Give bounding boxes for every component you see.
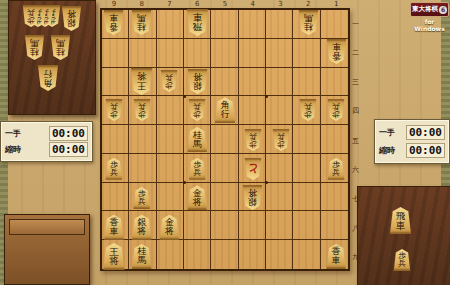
board-cell[interactable] [157, 183, 184, 212]
shogi-piece-sente[interactable]: 飛車 [389, 207, 412, 234]
board-cell[interactable] [184, 39, 211, 68]
board-cell[interactable] [184, 240, 211, 269]
board-cell[interactable] [129, 39, 156, 68]
board-cell[interactable] [102, 125, 129, 154]
board-cell[interactable] [321, 125, 348, 154]
board-cell[interactable] [129, 125, 156, 154]
rank-label: 六 [352, 165, 359, 175]
star-point [183, 95, 186, 98]
logo-title: 東大将棋 [412, 5, 438, 14]
sente-clock-panel: 一手00:00縮時00:00 [374, 119, 450, 164]
board-cell[interactable] [321, 10, 348, 39]
clock-label: 縮時 [5, 144, 21, 155]
board-cell[interactable] [102, 68, 129, 97]
shogi-piece-gote[interactable]: 桂馬 [24, 35, 45, 60]
board-cell[interactable] [157, 96, 184, 125]
gote-clock-panel: 一手00:00縮時00:00 [0, 121, 93, 162]
file-label: 8 [137, 0, 147, 8]
shogi-piece-gote[interactable]: 桂馬 [50, 35, 71, 60]
file-label: 9 [109, 0, 119, 8]
board-cell[interactable] [157, 125, 184, 154]
rank-label: 一 [352, 19, 359, 29]
file-label: 3 [276, 0, 286, 8]
board-cell[interactable] [211, 10, 238, 39]
board-cell[interactable] [184, 211, 211, 240]
clock-value: 00:00 [406, 143, 445, 158]
board-cell[interactable] [321, 68, 348, 97]
rank-label: 三 [352, 77, 359, 87]
rank-label: 五 [352, 136, 359, 146]
board-cell[interactable] [211, 183, 238, 212]
piece-box [4, 214, 90, 285]
board-cell[interactable] [293, 154, 320, 183]
board-cell[interactable] [157, 154, 184, 183]
clock-label: 一手 [5, 128, 21, 139]
clock-value: 00:00 [406, 125, 445, 140]
file-label: 5 [220, 0, 230, 8]
file-label: 6 [192, 0, 202, 8]
board-cell[interactable] [321, 183, 348, 212]
board-cell[interactable] [293, 240, 320, 269]
board-cell[interactable] [211, 39, 238, 68]
board-cell[interactable] [211, 211, 238, 240]
sente-captured-tray[interactable]: 飛車歩兵 [357, 186, 450, 285]
file-label: 7 [164, 0, 174, 8]
clock-value: 00:00 [49, 142, 88, 157]
board-cell[interactable] [266, 183, 293, 212]
board-cell[interactable] [266, 96, 293, 125]
file-label: 2 [303, 0, 313, 8]
board-cell[interactable] [157, 10, 184, 39]
board-cell[interactable] [293, 211, 320, 240]
board-cell[interactable] [211, 154, 238, 183]
board-cell[interactable] [211, 68, 238, 97]
board-cell[interactable] [293, 68, 320, 97]
rank-label: 二 [352, 48, 359, 58]
logo-subtitle: for Windows [410, 18, 449, 32]
gote-captured-tray[interactable]: 歩兵歩兵歩兵歩兵銀将桂馬桂馬角行 [8, 0, 96, 115]
file-label: 1 [331, 0, 341, 8]
clock-row: 一手00:00 [379, 125, 445, 140]
board-cell[interactable] [321, 211, 348, 240]
board-cell[interactable] [239, 10, 266, 39]
file-label: 4 [248, 0, 258, 8]
clock-label: 一手 [379, 127, 395, 138]
board-cell[interactable] [239, 96, 266, 125]
board-cell[interactable] [157, 240, 184, 269]
board-cell[interactable] [239, 211, 266, 240]
clock-value: 00:00 [49, 126, 88, 141]
star-point [265, 181, 268, 184]
board-cell[interactable] [266, 39, 293, 68]
board-cell[interactable] [102, 39, 129, 68]
board-cell[interactable] [211, 125, 238, 154]
clock-label: 縮時 [379, 145, 395, 156]
board-cell[interactable] [157, 39, 184, 68]
board-cell[interactable] [239, 68, 266, 97]
board-cell[interactable] [239, 39, 266, 68]
board-cell[interactable] [293, 39, 320, 68]
clock-row: 縮時00:00 [5, 142, 88, 157]
board-cell[interactable] [266, 10, 293, 39]
board-cell[interactable] [266, 211, 293, 240]
star-point [183, 181, 186, 184]
logo-badge: 6 [439, 6, 447, 14]
shogi-piece-gote[interactable]: 銀将 [61, 6, 82, 31]
board-cell[interactable] [266, 68, 293, 97]
board-cell[interactable] [129, 154, 156, 183]
board-cell[interactable] [293, 125, 320, 154]
clock-row: 縮時00:00 [379, 143, 445, 158]
board-cell[interactable] [266, 240, 293, 269]
star-point [265, 95, 268, 98]
app-logo: 東大将棋 6 for Windows [410, 2, 449, 32]
shogi-board[interactable]: 香車桂馬飛車桂馬香車王将歩兵銀将歩兵歩兵歩兵角行歩兵歩兵桂馬歩兵歩兵歩兵歩兵と歩… [100, 8, 350, 271]
board-cell[interactable] [293, 183, 320, 212]
shogi-piece-sente[interactable]: 歩兵 [393, 249, 411, 271]
piece-box-lid [9, 219, 85, 235]
board-cell[interactable] [102, 183, 129, 212]
rank-label: 四 [352, 106, 359, 116]
clock-row: 一手00:00 [5, 126, 88, 141]
board-cell[interactable] [239, 240, 266, 269]
board-cell[interactable] [266, 154, 293, 183]
shogi-piece-gote[interactable]: 角行 [37, 65, 59, 91]
board-cell[interactable] [211, 240, 238, 269]
